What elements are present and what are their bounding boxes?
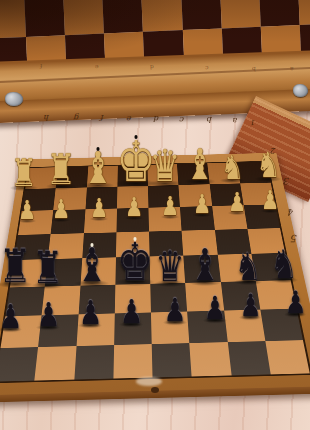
white-pawn-d3[interactable]: ♟ — [160, 193, 180, 219]
white-rook-h2[interactable]: ♜ — [9, 154, 39, 192]
lid-edge-mark: c — [205, 65, 208, 71]
square-a8[interactable] — [265, 340, 310, 375]
black-queen-d5[interactable]: ♛ — [154, 246, 187, 288]
black-king-e5[interactable]: ♚ — [115, 236, 156, 288]
black-knight-b5[interactable]: ♞ — [233, 248, 263, 286]
square-h8[interactable] — [0, 347, 38, 382]
file-label-g: g — [74, 113, 79, 121]
black-rook-h5[interactable]: ♜ — [0, 243, 33, 289]
black-tip-dot — [96, 147, 99, 151]
black-knight-a5[interactable]: ♞ — [268, 244, 299, 284]
black-bishop-f5[interactable]: ♝ — [74, 242, 110, 288]
board-edge-scuff-mark — [136, 377, 162, 386]
metal-clasp-left — [5, 92, 23, 106]
square-e8[interactable] — [113, 344, 152, 379]
square-f8[interactable] — [74, 345, 114, 380]
square-d8[interactable] — [152, 343, 192, 378]
white-pawn-e3[interactable]: ♟ — [124, 194, 144, 220]
white-pawn-b3[interactable]: ♟ — [227, 189, 247, 215]
square-g8[interactable] — [35, 346, 77, 381]
black-pawn-g6[interactable]: ♟ — [35, 298, 61, 331]
rank-label-4: 4 — [288, 207, 294, 216]
black-pawn-e6[interactable]: ♟ — [118, 295, 144, 328]
white-tip-dot — [90, 243, 93, 247]
square-b8[interactable] — [227, 341, 270, 376]
white-rook-g2[interactable]: ♜ — [45, 149, 78, 191]
board-edge-chip-mark — [151, 387, 159, 393]
white-pawn-g3[interactable]: ♟ — [51, 196, 71, 222]
lid-edge-mark: b — [252, 66, 256, 72]
white-tip-dot — [133, 237, 136, 241]
metal-clasp-right — [293, 84, 308, 97]
white-bishop-c2[interactable]: ♝ — [184, 144, 217, 186]
white-knight-a2[interactable]: ♞ — [254, 148, 281, 183]
white-pawn-c3[interactable]: ♟ — [192, 191, 212, 217]
file-label-d: d — [154, 114, 159, 122]
black-pawn-d6[interactable]: ♟ — [163, 294, 188, 326]
black-pawn-b6[interactable]: ♟ — [238, 290, 262, 321]
file-label-e: e — [127, 114, 132, 122]
white-queen-d2[interactable]: ♛ — [148, 144, 182, 188]
white-pawn-a3[interactable]: ♟ — [260, 187, 280, 213]
lid-edge-mark: d — [150, 64, 154, 70]
file-label-f: f — [101, 113, 104, 121]
black-pawn-f6[interactable]: ♟ — [77, 296, 103, 329]
black-pawn-a6[interactable]: ♟ — [283, 287, 307, 318]
file-label-h: h — [44, 113, 49, 121]
file-label-c: c — [180, 115, 184, 123]
black-tip-dot — [134, 135, 137, 139]
black-pawn-h6[interactable]: ♟ — [0, 300, 23, 333]
lid-edge-mark: f — [40, 63, 42, 69]
rank-label-3: 3 — [284, 176, 290, 185]
white-bishop-f2[interactable]: ♝ — [81, 146, 115, 190]
white-pawn-f3[interactable]: ♟ — [89, 195, 109, 221]
lid-edge-mark: a — [290, 66, 294, 72]
file-label-a: a — [233, 116, 238, 124]
black-bishop-c5[interactable]: ♝ — [188, 243, 222, 287]
white-pawn-h3[interactable]: ♟ — [17, 197, 37, 223]
square-c8[interactable] — [189, 342, 231, 377]
rank-label-1: 1 — [251, 118, 255, 125]
file-label-b: b — [207, 115, 212, 123]
black-pawn-c6[interactable]: ♟ — [203, 292, 228, 324]
chess-set-photo: hgfedcba12345fedcba ♜♜♝♚♛♝♞♞♟♟♟♟♟♟♟♟♜♜♝♚… — [0, 0, 310, 430]
black-rook-g5[interactable]: ♜ — [31, 246, 65, 290]
lid-edge-mark: e — [95, 64, 99, 70]
white-knight-b2[interactable]: ♞ — [219, 151, 245, 184]
